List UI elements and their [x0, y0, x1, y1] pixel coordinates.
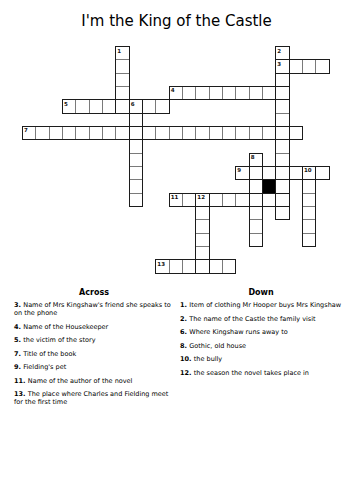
grid-cell[interactable] — [182, 86, 196, 100]
grid-cell[interactable] — [155, 126, 169, 140]
clue-item: 10. the bully — [180, 355, 342, 363]
grid-cell[interactable] — [129, 99, 143, 113]
grid-cell[interactable] — [209, 126, 223, 140]
grid-cell[interactable] — [275, 166, 289, 180]
grid-cell[interactable] — [289, 126, 303, 140]
clue-text: The place where Charles and Fielding mee… — [14, 390, 168, 406]
grid-cell[interactable] — [115, 86, 129, 100]
clue-number: 12. — [180, 369, 194, 377]
grid-cell[interactable] — [315, 59, 329, 73]
clue-item: 4. Name of the Housekeeper — [14, 323, 174, 331]
grid-cell[interactable] — [275, 86, 289, 100]
clue-number: 3. — [14, 301, 23, 309]
clue-text: The name of the Castle the family visit — [189, 315, 315, 323]
grid-cell[interactable] — [222, 86, 236, 100]
grid-cell[interactable] — [222, 193, 236, 207]
grid-cell[interactable] — [275, 73, 289, 87]
grid-cell[interactable] — [235, 86, 249, 100]
clue-item: 7. Title of the book — [14, 350, 174, 358]
clue-item: 1. Item of clothing Mr Hooper buys Mrs K… — [180, 301, 342, 309]
grid-cell[interactable] — [102, 126, 116, 140]
clue-text: Gothic, old house — [189, 342, 246, 350]
grid-cell[interactable] — [302, 59, 316, 73]
black-cell — [262, 179, 276, 193]
grid-cell[interactable] — [182, 193, 196, 207]
grid-cell[interactable] — [209, 193, 223, 207]
grid-cell[interactable] — [89, 126, 103, 140]
clue-number: 7. — [14, 350, 23, 358]
grid-cell[interactable] — [129, 113, 143, 127]
grid-cell[interactable] — [249, 233, 263, 247]
grid-cell[interactable] — [302, 193, 316, 207]
grid-cell[interactable] — [289, 166, 303, 180]
clue-item: 9. Fielding's pet — [14, 363, 174, 371]
clue-number: 6. — [180, 328, 189, 336]
clue-item: 2. The name of the Castle the family vis… — [180, 315, 342, 323]
grid-cell[interactable] — [275, 193, 289, 207]
clue-item: 11. Name of the author of the novel — [14, 377, 174, 385]
grid-cell[interactable] — [249, 179, 263, 193]
grid-cell[interactable] — [102, 99, 116, 113]
clue-text: Fielding's pet — [23, 363, 66, 371]
clue-number: 8. — [180, 342, 189, 350]
grid-cell[interactable] — [129, 126, 143, 140]
grid-cell[interactable] — [275, 153, 289, 167]
clue-text: Item of clothing Mr Hooper buys Mrs King… — [189, 301, 341, 309]
grid-cell[interactable] — [195, 206, 209, 220]
clue-number: 13. — [14, 390, 28, 398]
grid-cell[interactable] — [195, 126, 209, 140]
grid-cell[interactable] — [182, 259, 196, 273]
grid-cell[interactable] — [249, 206, 263, 220]
grid-cell[interactable] — [142, 99, 156, 113]
clue-item: 6. Where Kingshaw runs away to — [180, 328, 342, 336]
grid-cell[interactable] — [62, 99, 76, 113]
grid-cell[interactable] — [275, 59, 289, 73]
grid-cell[interactable] — [115, 46, 129, 60]
grid-cell[interactable] — [195, 233, 209, 247]
grid-cell[interactable] — [195, 259, 209, 273]
grid-cell[interactable] — [275, 46, 289, 60]
grid-cell[interactable] — [155, 99, 169, 113]
crossword-grid: 12345678910111213 — [22, 46, 330, 274]
clue-text: the season the novel takes place in — [194, 369, 309, 377]
grid-cell[interactable] — [115, 59, 129, 73]
grid-cell[interactable] — [249, 166, 263, 180]
down-header: Down — [180, 288, 342, 297]
grid-cell[interactable] — [249, 153, 263, 167]
across-header: Across — [14, 288, 174, 297]
grid-cell[interactable] — [195, 193, 209, 207]
grid-cell[interactable] — [315, 166, 329, 180]
grid-cell[interactable] — [222, 259, 236, 273]
clue-item: 8. Gothic, old house — [180, 342, 342, 350]
clue-number: 10. — [180, 355, 194, 363]
clue-number: 11. — [14, 377, 28, 385]
grid-cell[interactable] — [275, 113, 289, 127]
grid-cell[interactable] — [302, 233, 316, 247]
grid-cell[interactable] — [75, 126, 89, 140]
grid-cell[interactable] — [209, 259, 223, 273]
grid-cell[interactable] — [289, 59, 303, 73]
grid-cell[interactable] — [262, 193, 276, 207]
grid-cell[interactable] — [302, 166, 316, 180]
grid-cell[interactable] — [235, 126, 249, 140]
grid-cell[interactable] — [235, 166, 249, 180]
grid-cell[interactable] — [195, 246, 209, 260]
grid-cell[interactable] — [275, 206, 289, 220]
grid-cell[interactable] — [142, 126, 156, 140]
clue-number: 1. — [180, 301, 189, 309]
grid-cell[interactable] — [302, 206, 316, 220]
clue-number: 4. — [14, 323, 23, 331]
clue-number: 5. — [14, 336, 23, 344]
grid-cell[interactable] — [129, 179, 143, 193]
clue-item: 12. the season the novel takes place in — [180, 369, 342, 377]
grid-cell[interactable] — [249, 219, 263, 233]
grid-cell[interactable] — [275, 99, 289, 113]
grid-cell[interactable] — [129, 193, 143, 207]
grid-cell[interactable] — [275, 139, 289, 153]
clue-text: Title of the book — [23, 350, 76, 358]
grid-cell[interactable] — [129, 153, 143, 167]
grid-cell[interactable] — [195, 219, 209, 233]
across-clues-section: Across 3. Name of Mrs Kingshaw's friend … — [14, 288, 174, 412]
grid-cell[interactable] — [235, 193, 249, 207]
clue-text: Name of the Housekeeper — [23, 323, 108, 331]
grid-cell[interactable] — [169, 193, 183, 207]
down-clues-section: Down 1. Item of clothing Mr Hooper buys … — [180, 288, 342, 382]
grid-cell[interactable] — [35, 126, 49, 140]
grid-cell[interactable] — [129, 166, 143, 180]
grid-cell[interactable] — [249, 193, 263, 207]
grid-cell[interactable] — [89, 99, 103, 113]
clue-text: Name of the author of the novel — [28, 377, 133, 385]
grid-cell[interactable] — [302, 179, 316, 193]
worksheet-page: I'm the King of the Castle 1234567891011… — [0, 0, 353, 500]
grid-cell[interactable] — [115, 73, 129, 87]
clue-text: the bully — [194, 355, 222, 363]
grid-cell[interactable] — [249, 126, 263, 140]
page-title: I'm the King of the Castle — [0, 12, 353, 30]
grid-cell[interactable] — [262, 126, 276, 140]
grid-cell[interactable] — [262, 86, 276, 100]
clue-item: 13. The place where Charles and Fielding… — [14, 390, 174, 406]
clue-number: 2. — [180, 315, 189, 323]
down-clue-list: 1. Item of clothing Mr Hooper buys Mrs K… — [180, 301, 342, 377]
grid-cell[interactable] — [275, 179, 289, 193]
grid-cell[interactable] — [249, 86, 263, 100]
grid-cell[interactable] — [195, 86, 209, 100]
grid-cell[interactable] — [275, 126, 289, 140]
clue-text: the victim of the story — [23, 336, 95, 344]
clue-number: 9. — [14, 363, 23, 371]
grid-cell[interactable] — [155, 259, 169, 273]
grid-cell[interactable] — [129, 139, 143, 153]
clue-text: Name of Mrs Kingshaw's friend she speaks… — [14, 301, 171, 317]
grid-cell[interactable] — [22, 126, 36, 140]
grid-cell[interactable] — [262, 166, 276, 180]
clue-item: 5. the victim of the story — [14, 336, 174, 344]
across-clue-list: 3. Name of Mrs Kingshaw's friend she spe… — [14, 301, 174, 406]
grid-cell[interactable] — [75, 99, 89, 113]
grid-cell[interactable] — [302, 219, 316, 233]
grid-cell[interactable] — [169, 126, 183, 140]
grid-cell[interactable] — [115, 99, 129, 113]
grid-cell[interactable] — [49, 126, 63, 140]
grid-cell[interactable] — [62, 126, 76, 140]
grid-cell[interactable] — [169, 259, 183, 273]
clue-text: Where Kingshaw runs away to — [189, 328, 287, 336]
grid-cell[interactable] — [169, 86, 183, 100]
grid-cell[interactable] — [182, 126, 196, 140]
grid-cell[interactable] — [222, 126, 236, 140]
clue-item: 3. Name of Mrs Kingshaw's friend she spe… — [14, 301, 174, 317]
grid-cell[interactable] — [115, 126, 129, 140]
grid-cell[interactable] — [209, 86, 223, 100]
